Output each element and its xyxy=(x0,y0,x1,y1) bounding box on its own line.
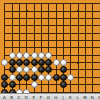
white-stone[interactable] xyxy=(38,74,45,81)
coord-label: O xyxy=(98,95,100,100)
black-stone[interactable] xyxy=(38,66,45,73)
coord-label: G xyxy=(47,95,50,100)
coordinate-strip: ABCDEFGHJKLMNO xyxy=(0,93,100,100)
black-stone[interactable] xyxy=(38,59,45,66)
white-stone[interactable] xyxy=(23,52,30,59)
coord-label: A xyxy=(3,95,6,100)
coord-label: C xyxy=(18,95,21,100)
white-stone[interactable] xyxy=(31,66,38,73)
coord-label: D xyxy=(25,95,28,100)
black-stone[interactable] xyxy=(23,74,30,81)
black-stone[interactable] xyxy=(53,74,60,81)
white-stone[interactable] xyxy=(16,66,23,73)
black-stone[interactable] xyxy=(31,59,38,66)
grid-line-vertical xyxy=(78,3,79,92)
coord-label: N xyxy=(91,95,94,100)
black-stone[interactable] xyxy=(60,81,67,88)
coord-label: B xyxy=(10,95,13,100)
white-stone[interactable] xyxy=(67,74,74,81)
black-stone[interactable] xyxy=(60,66,67,73)
black-stone[interactable] xyxy=(9,59,16,66)
coord-label: K xyxy=(69,95,72,100)
black-stone[interactable] xyxy=(9,66,16,73)
black-stone[interactable] xyxy=(60,74,67,81)
black-stone[interactable] xyxy=(16,59,23,66)
app-window: ABCDEFGHJKLMNO xyxy=(0,0,100,100)
white-stone[interactable] xyxy=(1,59,8,66)
star-point xyxy=(77,62,79,64)
white-stone[interactable] xyxy=(60,59,67,66)
black-stone[interactable] xyxy=(1,81,8,88)
white-stone[interactable] xyxy=(45,74,52,81)
coord-label: M xyxy=(83,95,86,100)
black-stone[interactable] xyxy=(31,74,38,81)
coord-label: J xyxy=(62,95,63,100)
grid-line-vertical xyxy=(92,3,93,92)
black-stone[interactable] xyxy=(1,74,8,81)
white-stone[interactable] xyxy=(38,52,45,59)
white-stone[interactable] xyxy=(16,52,23,59)
star-point xyxy=(26,10,28,12)
white-stone[interactable] xyxy=(31,52,38,59)
white-stone[interactable] xyxy=(9,74,16,81)
coord-label: E xyxy=(32,95,35,100)
go-board[interactable] xyxy=(0,0,100,93)
white-stone[interactable] xyxy=(23,66,30,73)
coord-label: L xyxy=(77,95,79,100)
white-stone[interactable] xyxy=(53,59,60,66)
coord-label: F xyxy=(40,95,42,100)
white-stone[interactable] xyxy=(31,81,38,88)
black-stone[interactable] xyxy=(45,59,52,66)
black-stone[interactable] xyxy=(45,66,52,73)
white-stone[interactable] xyxy=(9,52,16,59)
black-stone[interactable] xyxy=(9,81,16,88)
star-point xyxy=(77,10,79,12)
white-stone[interactable] xyxy=(45,52,52,59)
grid-line-vertical xyxy=(85,3,86,92)
black-stone[interactable] xyxy=(16,74,23,81)
black-stone[interactable] xyxy=(23,59,30,66)
coord-label: H xyxy=(54,95,57,100)
